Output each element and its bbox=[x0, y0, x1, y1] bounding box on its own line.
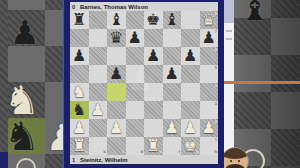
piece-bp-e6[interactable]: ♟ bbox=[144, 47, 163, 65]
coord-file-b: b bbox=[104, 150, 106, 154]
bg-highlight-square bbox=[8, 118, 45, 154]
coord-rank-3: 3 bbox=[215, 102, 217, 106]
bg-vignette bbox=[234, 0, 300, 168]
square-f7[interactable] bbox=[163, 29, 182, 47]
square-b4[interactable] bbox=[89, 83, 108, 101]
square-h1[interactable]: h1 bbox=[200, 137, 219, 155]
square-c2[interactable]: ♟ bbox=[107, 119, 126, 137]
bottom-player-score: 1 bbox=[72, 157, 79, 163]
piece-bp-c5[interactable]: ♟ bbox=[107, 65, 126, 83]
coord-rank-4: 4 bbox=[215, 84, 217, 88]
board-wrapper: ♜♝♚♝♛8♛♟♟7♟♟♟6♟♟5♞4♞♟3♟♟♟♟♟2♜abcd♜ef♚gh1… bbox=[70, 11, 218, 155]
top-player-name: Barnes, Thomas Wilson bbox=[80, 4, 148, 10]
coord-rank-2: 2 bbox=[215, 120, 217, 124]
coord-file-d: d bbox=[141, 150, 143, 154]
square-b2[interactable] bbox=[89, 119, 108, 137]
square-a4[interactable]: ♞ bbox=[70, 83, 89, 101]
square-f8[interactable]: ♝ bbox=[163, 11, 182, 29]
piece-bq-c7[interactable]: ♛ bbox=[107, 29, 126, 47]
piece-wp-c2[interactable]: ♟ bbox=[107, 119, 126, 137]
square-f2[interactable]: ♟ bbox=[163, 119, 182, 137]
square-d3[interactable] bbox=[126, 101, 145, 119]
coord-rank-5: 5 bbox=[215, 66, 217, 70]
coord-file-f: f bbox=[179, 150, 180, 154]
piece-bn-a3[interactable]: ♞ bbox=[70, 101, 89, 119]
square-e1[interactable]: ♜e bbox=[144, 137, 163, 155]
square-h3[interactable]: 3 bbox=[200, 101, 219, 119]
orange-divider-line bbox=[224, 81, 300, 84]
square-d4[interactable] bbox=[126, 83, 145, 101]
bottom-player-bar: 1 Steinitz, Wilhelm bbox=[70, 155, 218, 164]
bg-square bbox=[0, 0, 8, 168]
square-h5[interactable]: 5 bbox=[200, 65, 219, 83]
piece-bp-a6[interactable]: ♟ bbox=[70, 47, 89, 65]
square-d6[interactable] bbox=[126, 47, 145, 65]
square-e6[interactable]: ♟ bbox=[144, 47, 163, 65]
bottom-player-name: Steinitz, Wilhelm bbox=[80, 157, 128, 163]
square-h8[interactable]: ♛8 bbox=[200, 11, 219, 29]
piece-wp-g2[interactable]: ♟ bbox=[181, 119, 200, 137]
square-a8[interactable]: ♜ bbox=[70, 11, 89, 29]
coord-rank-7: 7 bbox=[215, 30, 217, 34]
bg-square bbox=[8, 46, 45, 82]
square-c8[interactable]: ♝ bbox=[107, 11, 126, 29]
piece-bp-f5[interactable]: ♟ bbox=[163, 65, 182, 83]
square-b7[interactable] bbox=[89, 29, 108, 47]
square-c7[interactable]: ♛ bbox=[107, 29, 126, 47]
square-h7[interactable]: ♟7 bbox=[200, 29, 219, 47]
square-a7[interactable] bbox=[70, 29, 89, 47]
top-player-score: 0 bbox=[72, 4, 79, 10]
square-d5[interactable] bbox=[126, 65, 145, 83]
square-e4[interactable] bbox=[144, 83, 163, 101]
square-e8[interactable]: ♚ bbox=[144, 11, 163, 29]
square-f4[interactable] bbox=[163, 83, 182, 101]
square-e3[interactable] bbox=[144, 101, 163, 119]
bg-panel-text-mark bbox=[226, 38, 232, 40]
square-f6[interactable] bbox=[163, 47, 182, 65]
square-b6[interactable] bbox=[89, 47, 108, 65]
square-d7[interactable]: ♟ bbox=[126, 29, 145, 47]
square-d1[interactable]: d bbox=[126, 137, 145, 155]
square-c3[interactable] bbox=[107, 101, 126, 119]
square-e5[interactable] bbox=[144, 65, 163, 83]
square-h2[interactable]: ♟2 bbox=[200, 119, 219, 137]
app-screen: ♟ ♞ ♞ ♟ ♝ bbox=[0, 0, 300, 168]
square-g5[interactable] bbox=[181, 65, 200, 83]
bg-side-panel-header bbox=[224, 0, 234, 23]
square-f5[interactable]: ♟ bbox=[163, 65, 182, 83]
square-g3[interactable] bbox=[181, 101, 200, 119]
piece-bk-e8[interactable]: ♚ bbox=[144, 11, 163, 29]
coord-rank-1: 1 bbox=[215, 138, 217, 142]
square-h4[interactable]: 4 bbox=[200, 83, 219, 101]
avatar-eye bbox=[238, 160, 240, 162]
avatar-eye bbox=[230, 160, 232, 162]
bg-side-panel bbox=[224, 0, 234, 168]
game-window: 0 Barnes, Thomas Wilson ♜♝♚♝♛8♛♟♟7♟♟♟6♟♟… bbox=[63, 0, 224, 168]
square-f3[interactable] bbox=[163, 101, 182, 119]
square-g7[interactable] bbox=[181, 29, 200, 47]
square-c6[interactable] bbox=[107, 47, 126, 65]
square-g1[interactable]: ♚g bbox=[181, 137, 200, 155]
window-bottom-border bbox=[70, 164, 218, 168]
coord-rank-8: 8 bbox=[215, 12, 217, 16]
square-a2[interactable]: ♟ bbox=[70, 119, 89, 137]
square-c4[interactable] bbox=[107, 83, 126, 101]
square-g2[interactable]: ♟ bbox=[181, 119, 200, 137]
bg-square bbox=[8, 82, 45, 118]
piece-wn-a4[interactable]: ♞ bbox=[70, 83, 89, 101]
coord-rank-6: 6 bbox=[215, 48, 217, 52]
square-g8[interactable] bbox=[181, 11, 200, 29]
bg-panel-text-mark bbox=[226, 30, 232, 32]
piece-bp-d7[interactable]: ♟ bbox=[126, 29, 145, 47]
player-avatar bbox=[221, 147, 249, 168]
square-h6[interactable]: 6 bbox=[200, 47, 219, 65]
piece-wp-b3[interactable]: ♟ bbox=[89, 101, 108, 119]
square-b3[interactable]: ♟ bbox=[89, 101, 108, 119]
coord-file-c: c bbox=[122, 150, 124, 154]
bg-square bbox=[8, 0, 45, 10]
coord-file-e: e bbox=[159, 150, 161, 154]
piece-bb-f8[interactable]: ♝ bbox=[163, 11, 182, 29]
square-a1[interactable]: ♜a bbox=[70, 137, 89, 155]
square-a3[interactable]: ♞ bbox=[70, 101, 89, 119]
bg-window-corner bbox=[0, 152, 8, 168]
chess-board: ♜♝♚♝♛8♛♟♟7♟♟♟6♟♟5♞4♞♟3♟♟♟♟♟2♜abcd♜ef♚gh1 bbox=[70, 11, 218, 155]
square-a6[interactable]: ♟ bbox=[70, 47, 89, 65]
piece-bp-g6[interactable]: ♟ bbox=[181, 47, 200, 65]
square-e2[interactable] bbox=[144, 119, 163, 137]
square-a5[interactable] bbox=[70, 65, 89, 83]
coord-file-g: g bbox=[196, 150, 198, 154]
square-e7[interactable] bbox=[144, 29, 163, 47]
window-edge-highlight bbox=[63, 0, 64, 168]
piece-br-a8[interactable]: ♜ bbox=[70, 11, 89, 29]
square-g6[interactable]: ♟ bbox=[181, 47, 200, 65]
coord-file-a: a bbox=[85, 150, 87, 154]
piece-bb-c8[interactable]: ♝ bbox=[107, 11, 126, 29]
coord-file-h: h bbox=[215, 150, 217, 154]
piece-wp-a2[interactable]: ♟ bbox=[70, 119, 89, 137]
square-c1[interactable]: c bbox=[107, 137, 126, 155]
square-d2[interactable] bbox=[126, 119, 145, 137]
square-g4[interactable] bbox=[181, 83, 200, 101]
square-b1[interactable]: b bbox=[89, 137, 108, 155]
top-player-bar: 0 Barnes, Thomas Wilson bbox=[70, 2, 218, 11]
square-f1[interactable]: f bbox=[163, 137, 182, 155]
piece-wp-f2[interactable]: ♟ bbox=[163, 119, 182, 137]
bg-square bbox=[8, 10, 45, 46]
avatar-beard bbox=[225, 164, 245, 168]
square-b8[interactable] bbox=[89, 11, 108, 29]
square-b5[interactable] bbox=[89, 65, 108, 83]
square-c5[interactable]: ♟ bbox=[107, 65, 126, 83]
square-d8[interactable] bbox=[126, 11, 145, 29]
